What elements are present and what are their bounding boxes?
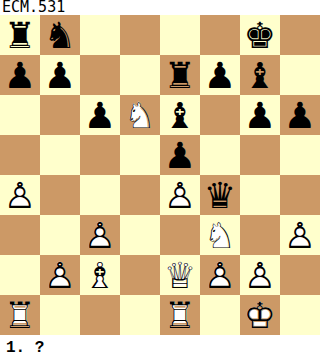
square-e5[interactable]: ♟ [160,135,200,175]
square-e4[interactable]: ♙ [160,175,200,215]
square-f6[interactable] [200,95,240,135]
chess-puzzle-screen: ECM.531 ♜♞♚♟♟♜♟♝♟♘♝♟♟♟♙♙♛♙♘♙♙♗♕♙♙♖♖♔ 1. … [0,0,320,360]
square-g2[interactable]: ♙ [240,255,280,295]
square-g7[interactable]: ♝ [240,55,280,95]
black-bishop-e6: ♝ [160,95,200,135]
white-pawn-e4: ♙ [160,175,200,215]
square-c4[interactable] [80,175,120,215]
square-g6[interactable]: ♟ [240,95,280,135]
square-b8[interactable]: ♞ [40,15,80,55]
white-pawn-b2: ♙ [40,255,80,295]
square-h4[interactable] [280,175,320,215]
square-e3[interactable] [160,215,200,255]
square-a7[interactable]: ♟ [0,55,40,95]
square-e7[interactable]: ♜ [160,55,200,95]
move-prompt: 1. ? [0,335,320,360]
white-pawn-f2: ♙ [200,255,240,295]
square-b1[interactable] [40,295,80,335]
square-h5[interactable] [280,135,320,175]
square-f1[interactable] [200,295,240,335]
square-h6[interactable]: ♟ [280,95,320,135]
square-c2[interactable]: ♗ [80,255,120,295]
white-pawn-a4: ♙ [0,175,40,215]
square-h2[interactable] [280,255,320,295]
square-f2[interactable]: ♙ [200,255,240,295]
black-pawn-b7: ♟ [40,55,80,95]
square-b6[interactable] [40,95,80,135]
black-pawn-h6: ♟ [280,95,320,135]
white-rook-a1: ♖ [0,295,40,335]
square-e8[interactable] [160,15,200,55]
white-knight-d6: ♘ [120,95,160,135]
square-f4[interactable]: ♛ [200,175,240,215]
white-knight-f3: ♘ [200,215,240,255]
square-d5[interactable] [120,135,160,175]
square-d6[interactable]: ♘ [120,95,160,135]
black-king-g8: ♚ [240,15,280,55]
square-a3[interactable] [0,215,40,255]
square-g1[interactable]: ♔ [240,295,280,335]
black-pawn-e5: ♟ [160,135,200,175]
puzzle-title: ECM.531 [0,0,320,15]
square-c1[interactable] [80,295,120,335]
square-f5[interactable] [200,135,240,175]
black-rook-e7: ♜ [160,55,200,95]
square-c8[interactable] [80,15,120,55]
white-pawn-h3: ♙ [280,215,320,255]
square-g8[interactable]: ♚ [240,15,280,55]
white-pawn-g2: ♙ [240,255,280,295]
square-c7[interactable] [80,55,120,95]
square-a5[interactable] [0,135,40,175]
square-f3[interactable]: ♘ [200,215,240,255]
square-g3[interactable] [240,215,280,255]
square-c5[interactable] [80,135,120,175]
square-d7[interactable] [120,55,160,95]
square-a4[interactable]: ♙ [0,175,40,215]
square-b2[interactable]: ♙ [40,255,80,295]
square-a8[interactable]: ♜ [0,15,40,55]
square-h1[interactable] [280,295,320,335]
white-pawn-c3: ♙ [80,215,120,255]
square-d1[interactable] [120,295,160,335]
square-e6[interactable]: ♝ [160,95,200,135]
black-pawn-f7: ♟ [200,55,240,95]
white-queen-e2: ♕ [160,255,200,295]
square-f7[interactable]: ♟ [200,55,240,95]
black-queen-f4: ♛ [200,175,240,215]
square-d2[interactable] [120,255,160,295]
black-pawn-c6: ♟ [80,95,120,135]
black-pawn-g6: ♟ [240,95,280,135]
black-bishop-g7: ♝ [240,55,280,95]
square-h3[interactable]: ♙ [280,215,320,255]
square-h7[interactable] [280,55,320,95]
square-d3[interactable] [120,215,160,255]
square-b7[interactable]: ♟ [40,55,80,95]
square-e1[interactable]: ♖ [160,295,200,335]
white-rook-e1: ♖ [160,295,200,335]
square-b4[interactable] [40,175,80,215]
square-a6[interactable] [0,95,40,135]
white-king-g1: ♔ [240,295,280,335]
white-bishop-c2: ♗ [80,255,120,295]
square-c3[interactable]: ♙ [80,215,120,255]
square-g5[interactable] [240,135,280,175]
square-a1[interactable]: ♖ [0,295,40,335]
black-pawn-a7: ♟ [0,55,40,95]
square-c6[interactable]: ♟ [80,95,120,135]
black-rook-a8: ♜ [0,15,40,55]
square-h8[interactable] [280,15,320,55]
black-knight-b8: ♞ [40,15,80,55]
square-b3[interactable] [40,215,80,255]
square-f8[interactable] [200,15,240,55]
square-e2[interactable]: ♕ [160,255,200,295]
square-g4[interactable] [240,175,280,215]
chess-board: ♜♞♚♟♟♜♟♝♟♘♝♟♟♟♙♙♛♙♘♙♙♗♕♙♙♖♖♔ [0,15,320,335]
square-d8[interactable] [120,15,160,55]
square-d4[interactable] [120,175,160,215]
square-b5[interactable] [40,135,80,175]
square-a2[interactable] [0,255,40,295]
